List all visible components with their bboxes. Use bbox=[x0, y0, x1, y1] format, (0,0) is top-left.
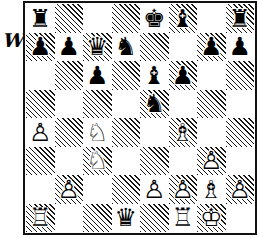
square-b6[interactable] bbox=[55, 61, 84, 90]
white-knight: ♞♘ bbox=[83, 118, 111, 146]
white-pawn: ♟♙ bbox=[226, 175, 254, 203]
square-a4[interactable]: ♟♙ bbox=[26, 118, 55, 147]
square-c7[interactable]: ♛♛ bbox=[83, 33, 112, 62]
white-king: ♚♔ bbox=[197, 204, 225, 232]
square-f7[interactable] bbox=[169, 33, 198, 62]
square-h8[interactable]: ♜♜ bbox=[226, 4, 255, 33]
square-b1[interactable] bbox=[55, 204, 84, 233]
square-h4[interactable] bbox=[226, 118, 255, 147]
square-b5[interactable] bbox=[55, 90, 84, 119]
square-h7[interactable]: ♟♟ bbox=[226, 33, 255, 62]
white-pawn: ♟♙ bbox=[140, 175, 168, 203]
white-rook: ♜♖ bbox=[26, 204, 54, 232]
square-d8[interactable] bbox=[112, 4, 141, 33]
black-knight: ♞♞ bbox=[112, 33, 140, 61]
white-pawn: ♟♙ bbox=[197, 147, 225, 175]
square-e2[interactable]: ♟♙ bbox=[140, 175, 169, 204]
square-d4[interactable] bbox=[112, 118, 141, 147]
square-d5[interactable] bbox=[112, 90, 141, 119]
black-bishop: ♝♝ bbox=[140, 61, 168, 89]
square-d2[interactable] bbox=[112, 175, 141, 204]
square-b3[interactable] bbox=[55, 147, 84, 176]
square-a8[interactable]: ♜♜ bbox=[26, 4, 55, 33]
black-rook: ♜♜ bbox=[226, 4, 254, 32]
square-h3[interactable] bbox=[226, 147, 255, 176]
square-b7[interactable]: ♟♟ bbox=[55, 33, 84, 62]
square-c8[interactable] bbox=[83, 4, 112, 33]
square-d7[interactable]: ♞♞ bbox=[112, 33, 141, 62]
black-pawn: ♟♟ bbox=[226, 33, 254, 61]
white-pawn: ♟♙ bbox=[55, 175, 83, 203]
square-g1[interactable]: ♚♔ bbox=[197, 204, 226, 233]
square-h1[interactable] bbox=[226, 204, 255, 233]
white-knight: ♞♘ bbox=[83, 147, 111, 175]
white-rook: ♜♖ bbox=[169, 204, 197, 232]
square-d3[interactable] bbox=[112, 147, 141, 176]
black-pawn: ♟♟ bbox=[26, 33, 54, 61]
square-g5[interactable] bbox=[197, 90, 226, 119]
square-c1[interactable] bbox=[83, 204, 112, 233]
square-a7[interactable]: ♟♟ bbox=[26, 33, 55, 62]
square-d1[interactable]: ♛♛ bbox=[112, 204, 141, 233]
square-h6[interactable] bbox=[226, 61, 255, 90]
black-pawn: ♟♟ bbox=[55, 33, 83, 61]
white-bishop: ♝♗ bbox=[197, 175, 225, 203]
square-b8[interactable] bbox=[55, 4, 84, 33]
black-bishop: ♝♝ bbox=[169, 4, 197, 32]
square-c5[interactable] bbox=[83, 90, 112, 119]
square-g7[interactable]: ♟♟ bbox=[197, 33, 226, 62]
chess-diagram: W ♜♜♚♚♝♝♜♜♟♟♟♟♛♛♞♞♟♟♟♟♟♟♝♝♟♟♞♞♟♙♞♘♝♗♞♘♟♙… bbox=[0, 0, 258, 237]
white-pawn: ♟♙ bbox=[26, 118, 54, 146]
square-f6[interactable]: ♟♟ bbox=[169, 61, 198, 90]
white-bishop: ♝♗ bbox=[169, 118, 197, 146]
square-f5[interactable] bbox=[169, 90, 198, 119]
square-e7[interactable] bbox=[140, 33, 169, 62]
black-knight: ♞♞ bbox=[140, 90, 168, 118]
square-g4[interactable] bbox=[197, 118, 226, 147]
square-f8[interactable]: ♝♝ bbox=[169, 4, 198, 33]
square-a1[interactable]: ♜♖ bbox=[26, 204, 55, 233]
side-to-move-label: W bbox=[2, 29, 22, 51]
black-rook: ♜♜ bbox=[26, 4, 54, 32]
square-e3[interactable] bbox=[140, 147, 169, 176]
square-g2[interactable]: ♝♗ bbox=[197, 175, 226, 204]
square-b4[interactable] bbox=[55, 118, 84, 147]
square-g3[interactable]: ♟♙ bbox=[197, 147, 226, 176]
square-e5[interactable]: ♞♞ bbox=[140, 90, 169, 119]
square-c6[interactable]: ♟♟ bbox=[83, 61, 112, 90]
black-king: ♚♚ bbox=[140, 4, 168, 32]
square-a5[interactable] bbox=[26, 90, 55, 119]
square-e1[interactable] bbox=[140, 204, 169, 233]
square-g6[interactable] bbox=[197, 61, 226, 90]
square-a2[interactable] bbox=[26, 175, 55, 204]
black-queen: ♛♛ bbox=[112, 204, 140, 232]
square-c3[interactable]: ♞♘ bbox=[83, 147, 112, 176]
square-a6[interactable] bbox=[26, 61, 55, 90]
white-pawn: ♟♙ bbox=[169, 175, 197, 203]
chess-board: ♜♜♚♚♝♝♜♜♟♟♟♟♛♛♞♞♟♟♟♟♟♟♝♝♟♟♞♞♟♙♞♘♝♗♞♘♟♙♟♙… bbox=[23, 1, 257, 235]
black-pawn: ♟♟ bbox=[169, 61, 197, 89]
black-pawn: ♟♟ bbox=[197, 33, 225, 61]
square-h5[interactable] bbox=[226, 90, 255, 119]
square-d6[interactable] bbox=[112, 61, 141, 90]
black-pawn: ♟♟ bbox=[83, 61, 111, 89]
square-h2[interactable]: ♟♙ bbox=[226, 175, 255, 204]
square-f3[interactable] bbox=[169, 147, 198, 176]
square-a3[interactable] bbox=[26, 147, 55, 176]
square-e4[interactable] bbox=[140, 118, 169, 147]
square-f1[interactable]: ♜♖ bbox=[169, 204, 198, 233]
square-b2[interactable]: ♟♙ bbox=[55, 175, 84, 204]
square-e8[interactable]: ♚♚ bbox=[140, 4, 169, 33]
black-queen: ♛♛ bbox=[83, 33, 111, 61]
square-g8[interactable] bbox=[197, 4, 226, 33]
square-c2[interactable] bbox=[83, 175, 112, 204]
square-c4[interactable]: ♞♘ bbox=[83, 118, 112, 147]
square-f4[interactable]: ♝♗ bbox=[169, 118, 198, 147]
square-e6[interactable]: ♝♝ bbox=[140, 61, 169, 90]
square-f2[interactable]: ♟♙ bbox=[169, 175, 198, 204]
